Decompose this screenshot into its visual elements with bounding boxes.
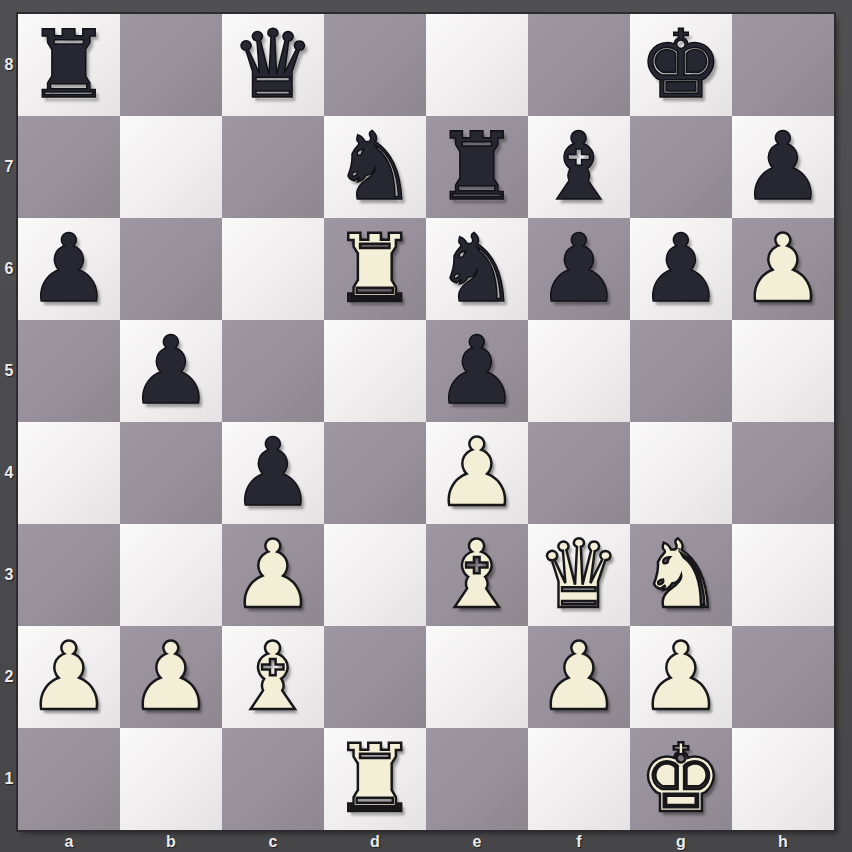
- square-c5[interactable]: [222, 320, 324, 422]
- square-f6[interactable]: ♟: [528, 218, 630, 320]
- white-pawn[interactable]: ♟: [18, 626, 120, 728]
- square-b6[interactable]: [120, 218, 222, 320]
- black-bishop[interactable]: ♝: [528, 116, 630, 218]
- square-f7[interactable]: ♝: [528, 116, 630, 218]
- square-f8[interactable]: [528, 14, 630, 116]
- square-e6[interactable]: ♞: [426, 218, 528, 320]
- file-label-b: b: [120, 832, 222, 852]
- square-a1[interactable]: [18, 728, 120, 830]
- square-a7[interactable]: [18, 116, 120, 218]
- file-label-a: a: [18, 832, 120, 852]
- black-pawn[interactable]: ♟: [222, 422, 324, 524]
- square-a2[interactable]: ♟: [18, 626, 120, 728]
- black-king[interactable]: ♚: [630, 14, 732, 116]
- black-pawn[interactable]: ♟: [732, 116, 834, 218]
- square-f2[interactable]: ♟: [528, 626, 630, 728]
- square-g6[interactable]: ♟: [630, 218, 732, 320]
- white-bishop[interactable]: ♝: [222, 626, 324, 728]
- chess-board: ♜♛♚♞♜♝♟♟♜♞♟♟♟♟♟♟♟♟♝♛♞♟♟♝♟♟♜♚: [18, 14, 834, 830]
- square-f3[interactable]: ♛: [528, 524, 630, 626]
- square-a5[interactable]: [18, 320, 120, 422]
- square-d3[interactable]: [324, 524, 426, 626]
- square-e1[interactable]: [426, 728, 528, 830]
- square-d2[interactable]: [324, 626, 426, 728]
- file-label-d: d: [324, 832, 426, 852]
- rank-label-2: 2: [0, 626, 18, 728]
- square-g3[interactable]: ♞: [630, 524, 732, 626]
- square-c1[interactable]: [222, 728, 324, 830]
- square-h8[interactable]: [732, 14, 834, 116]
- square-g2[interactable]: ♟: [630, 626, 732, 728]
- black-pawn[interactable]: ♟: [528, 218, 630, 320]
- white-knight[interactable]: ♞: [630, 524, 732, 626]
- square-h7[interactable]: ♟: [732, 116, 834, 218]
- square-d8[interactable]: [324, 14, 426, 116]
- file-label-c: c: [222, 832, 324, 852]
- rank-label-5: 5: [0, 320, 18, 422]
- square-c2[interactable]: ♝: [222, 626, 324, 728]
- black-pawn[interactable]: ♟: [426, 320, 528, 422]
- square-d1[interactable]: ♜: [324, 728, 426, 830]
- square-c4[interactable]: ♟: [222, 422, 324, 524]
- square-d6[interactable]: ♜: [324, 218, 426, 320]
- square-f1[interactable]: [528, 728, 630, 830]
- rank-label-7: 7: [0, 116, 18, 218]
- white-king[interactable]: ♚: [630, 728, 732, 830]
- square-h6[interactable]: ♟: [732, 218, 834, 320]
- white-pawn[interactable]: ♟: [630, 626, 732, 728]
- square-b1[interactable]: [120, 728, 222, 830]
- square-e5[interactable]: ♟: [426, 320, 528, 422]
- white-pawn[interactable]: ♟: [528, 626, 630, 728]
- square-c7[interactable]: [222, 116, 324, 218]
- white-queen[interactable]: ♛: [528, 524, 630, 626]
- white-pawn[interactable]: ♟: [222, 524, 324, 626]
- square-f4[interactable]: [528, 422, 630, 524]
- square-e2[interactable]: [426, 626, 528, 728]
- square-g7[interactable]: [630, 116, 732, 218]
- square-g4[interactable]: [630, 422, 732, 524]
- square-a6[interactable]: ♟: [18, 218, 120, 320]
- square-g5[interactable]: [630, 320, 732, 422]
- square-h2[interactable]: [732, 626, 834, 728]
- square-g8[interactable]: ♚: [630, 14, 732, 116]
- square-d4[interactable]: [324, 422, 426, 524]
- square-e8[interactable]: [426, 14, 528, 116]
- rank-label-6: 6: [0, 218, 18, 320]
- rank-label-4: 4: [0, 422, 18, 524]
- white-rook[interactable]: ♜: [324, 218, 426, 320]
- square-b7[interactable]: [120, 116, 222, 218]
- square-h3[interactable]: [732, 524, 834, 626]
- square-c6[interactable]: [222, 218, 324, 320]
- square-b3[interactable]: [120, 524, 222, 626]
- square-c8[interactable]: ♛: [222, 14, 324, 116]
- square-h1[interactable]: [732, 728, 834, 830]
- rank-label-8: 8: [0, 14, 18, 116]
- square-h5[interactable]: [732, 320, 834, 422]
- square-h4[interactable]: [732, 422, 834, 524]
- white-pawn[interactable]: ♟: [732, 218, 834, 320]
- square-e7[interactable]: ♜: [426, 116, 528, 218]
- square-g1[interactable]: ♚: [630, 728, 732, 830]
- white-bishop[interactable]: ♝: [426, 524, 528, 626]
- file-label-f: f: [528, 832, 630, 852]
- file-label-g: g: [630, 832, 732, 852]
- square-b8[interactable]: [120, 14, 222, 116]
- chess-board-frame: ♜♛♚♞♜♝♟♟♜♞♟♟♟♟♟♟♟♟♝♛♞♟♟♝♟♟♜♚ 87654321 ab…: [0, 0, 852, 852]
- square-d5[interactable]: [324, 320, 426, 422]
- black-pawn[interactable]: ♟: [630, 218, 732, 320]
- white-pawn[interactable]: ♟: [120, 626, 222, 728]
- black-knight[interactable]: ♞: [426, 218, 528, 320]
- square-b2[interactable]: ♟: [120, 626, 222, 728]
- black-knight[interactable]: ♞: [324, 116, 426, 218]
- square-d7[interactable]: ♞: [324, 116, 426, 218]
- square-e4[interactable]: ♟: [426, 422, 528, 524]
- square-a4[interactable]: [18, 422, 120, 524]
- white-rook[interactable]: ♜: [324, 728, 426, 830]
- black-pawn[interactable]: ♟: [120, 320, 222, 422]
- square-e3[interactable]: ♝: [426, 524, 528, 626]
- black-queen[interactable]: ♛: [222, 14, 324, 116]
- white-pawn[interactable]: ♟: [426, 422, 528, 524]
- rank-label-1: 1: [0, 728, 18, 830]
- black-rook[interactable]: ♜: [426, 116, 528, 218]
- square-b4[interactable]: [120, 422, 222, 524]
- square-a8[interactable]: ♜: [18, 14, 120, 116]
- file-label-h: h: [732, 832, 834, 852]
- black-rook[interactable]: ♜: [18, 14, 120, 116]
- black-pawn[interactable]: ♟: [18, 218, 120, 320]
- file-label-e: e: [426, 832, 528, 852]
- square-a3[interactable]: [18, 524, 120, 626]
- square-b5[interactable]: ♟: [120, 320, 222, 422]
- square-c3[interactable]: ♟: [222, 524, 324, 626]
- rank-label-3: 3: [0, 524, 18, 626]
- square-f5[interactable]: [528, 320, 630, 422]
